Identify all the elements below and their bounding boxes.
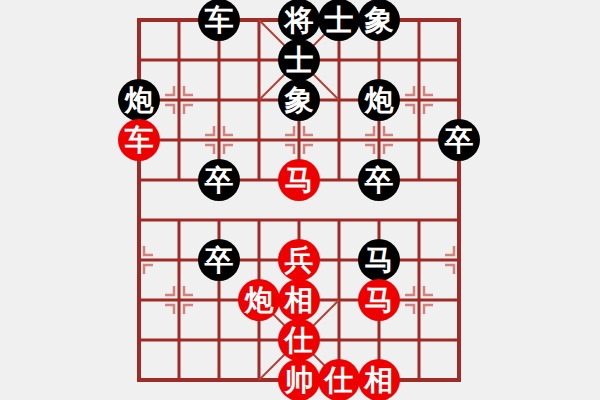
piece-red-advisor[interactable]: 仕	[278, 319, 320, 361]
piece-red-cannon[interactable]: 炮	[238, 279, 280, 321]
piece-red-horse[interactable]: 马	[358, 279, 400, 321]
piece-red-chariot[interactable]: 车	[118, 119, 160, 161]
piece-black-elephant[interactable]: 象	[358, 0, 400, 41]
piece-black-advisor[interactable]: 士	[318, 0, 360, 41]
piece-black-elephant[interactable]: 象	[278, 79, 320, 121]
piece-black-soldier[interactable]: 卒	[198, 159, 240, 201]
piece-red-general[interactable]: 帅	[278, 359, 320, 400]
piece-red-elephant[interactable]: 相	[278, 279, 320, 321]
xiangqi-board: 车将士象士炮象炮车卒卒马卒卒兵马炮相马仕帅仕相	[0, 0, 600, 400]
piece-black-cannon[interactable]: 炮	[358, 79, 400, 121]
piece-red-horse[interactable]: 马	[278, 159, 320, 201]
pieces-layer: 车将士象士炮象炮车卒卒马卒卒兵马炮相马仕帅仕相	[119, 0, 479, 400]
piece-black-soldier[interactable]: 卒	[198, 239, 240, 281]
piece-black-cannon[interactable]: 炮	[118, 79, 160, 121]
piece-black-soldier[interactable]: 卒	[358, 159, 400, 201]
piece-black-soldier[interactable]: 卒	[438, 119, 480, 161]
piece-black-general[interactable]: 将	[278, 0, 320, 41]
piece-black-horse[interactable]: 马	[358, 239, 400, 281]
piece-red-advisor[interactable]: 仕	[318, 359, 360, 400]
piece-black-chariot[interactable]: 车	[198, 0, 240, 41]
piece-red-elephant[interactable]: 相	[358, 359, 400, 400]
piece-red-soldier[interactable]: 兵	[278, 239, 320, 281]
piece-black-advisor[interactable]: 士	[278, 39, 320, 81]
